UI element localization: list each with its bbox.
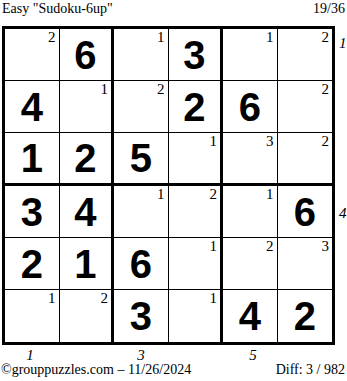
col-label-5: 5 [249,348,257,363]
corner-mark: 2 [322,134,330,150]
cell-r6c5: 4 [223,290,278,342]
cell-r1c2: 6 [60,29,115,81]
sudoku-board: 261312412262125132341216216123123142 [2,26,335,345]
corner-mark: 2 [157,82,165,98]
page-title: Easy "Sudoku-6up" [2,1,113,18]
given-digit: 4 [5,81,59,132]
cell-r5c6[interactable]: 3 [278,238,333,290]
cell-r4c1: 3 [5,186,60,238]
given-digit: 4 [223,290,277,342]
cell-r4c5[interactable]: 1 [223,186,278,238]
cell-r6c4[interactable]: 1 [169,290,224,342]
cell-r5c2: 1 [60,238,115,290]
cell-r2c2[interactable]: 1 [60,81,115,133]
cell-r5c1: 2 [5,238,60,290]
corner-mark: 2 [322,82,330,98]
given-digit: 3 [169,29,221,80]
corner-mark: 2 [101,291,109,307]
corner-mark: 2 [210,187,218,203]
corner-mark: 1 [101,82,109,98]
cell-r4c4[interactable]: 2 [169,186,224,238]
page: Easy "Sudoku-6up" 19/36 2613124122621251… [0,0,347,381]
given-digit: 1 [60,238,112,289]
cell-r3c5[interactable]: 3 [223,133,278,185]
cell-r3c3: 5 [114,133,169,185]
row-label-1: 1 [339,36,347,51]
corner-mark: 2 [48,30,56,46]
cell-r2c3[interactable]: 2 [114,81,169,133]
given-digit: 1 [5,133,59,182]
given-digit: 5 [114,133,168,182]
corner-mark: 1 [266,187,274,203]
cell-r3c1: 1 [5,133,60,185]
cell-r6c6: 2 [278,290,333,342]
given-digit: 3 [5,186,59,237]
cell-r4c2: 4 [60,186,115,238]
corner-mark: 1 [157,30,165,46]
cell-r2c5: 6 [223,81,278,133]
given-digit: 2 [60,133,112,182]
cell-r5c3: 6 [114,238,169,290]
cell-r2c4: 2 [169,81,224,133]
header: Easy "Sudoku-6up" 19/36 [2,1,345,18]
cell-r6c3: 3 [114,290,169,342]
cell-r1c4: 3 [169,29,224,81]
cell-r1c6[interactable]: 2 [278,29,333,81]
puzzle-counter: 19/36 [313,1,345,18]
corner-mark: 1 [266,30,274,46]
cell-r5c5[interactable]: 2 [223,238,278,290]
col-label-3: 3 [137,348,145,363]
given-digit: 4 [60,186,112,237]
corner-mark: 1 [210,291,218,307]
cell-r1c3[interactable]: 1 [114,29,169,81]
cell-r6c2[interactable]: 2 [60,290,115,342]
given-digit: 2 [5,238,59,289]
given-digit: 6 [114,238,168,289]
corner-mark: 2 [322,30,330,46]
given-digit: 2 [169,81,221,132]
cell-r3c6[interactable]: 2 [278,133,333,185]
cell-r3c4[interactable]: 1 [169,133,224,185]
corner-mark: 1 [48,291,56,307]
corner-mark: 1 [210,134,218,150]
row-label-4: 4 [339,206,347,221]
given-digit: 6 [278,186,333,237]
cell-r1c5[interactable]: 1 [223,29,278,81]
corner-mark: 3 [322,239,330,255]
difficulty-text: Diff: 3 / 982 [276,362,345,379]
cell-r4c3[interactable]: 1 [114,186,169,238]
given-digit: 6 [60,29,112,80]
cell-r6c1[interactable]: 1 [5,290,60,342]
given-digit: 2 [278,290,333,342]
cell-r1c1[interactable]: 2 [5,29,60,81]
cell-r2c1: 4 [5,81,60,133]
col-label-1: 1 [26,348,34,363]
corner-mark: 2 [266,239,274,255]
footer: ©grouppuzzles.com – 11/26/2024 Diff: 3 /… [1,362,345,379]
cell-r4c6: 6 [278,186,333,238]
cell-r2c6[interactable]: 2 [278,81,333,133]
corner-mark: 1 [210,239,218,255]
given-digit: 6 [223,81,277,132]
cell-r3c2: 2 [60,133,115,185]
corner-mark: 3 [266,134,274,150]
copyright-text: ©grouppuzzles.com – 11/26/2024 [1,362,191,379]
given-digit: 3 [114,290,168,342]
corner-mark: 1 [157,187,165,203]
cell-r5c4[interactable]: 1 [169,238,224,290]
